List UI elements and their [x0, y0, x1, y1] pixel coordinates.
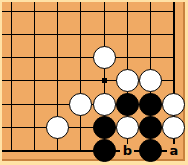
point-label-a: a	[167, 144, 181, 157]
white-stone	[46, 116, 69, 139]
go-diagram: ba	[0, 0, 188, 165]
black-stone	[139, 116, 162, 139]
black-stone	[93, 116, 116, 139]
hoshi-point	[102, 78, 107, 83]
grid-line-horizontal	[2, 11, 175, 12]
point-label-b: b	[120, 144, 134, 157]
white-stone	[69, 93, 92, 116]
black-stone	[139, 93, 162, 116]
black-stone	[93, 139, 116, 162]
grid-line-vertical	[11, 2, 12, 152]
white-stone	[93, 46, 116, 69]
grid-line-vertical	[34, 2, 35, 152]
black-stone	[116, 93, 139, 116]
grid-line-vertical	[80, 2, 81, 152]
grid-line-horizontal	[2, 34, 175, 35]
grid-line-horizontal	[2, 57, 175, 58]
white-stone	[93, 93, 116, 116]
white-stone	[116, 116, 139, 139]
white-stone	[162, 93, 185, 116]
